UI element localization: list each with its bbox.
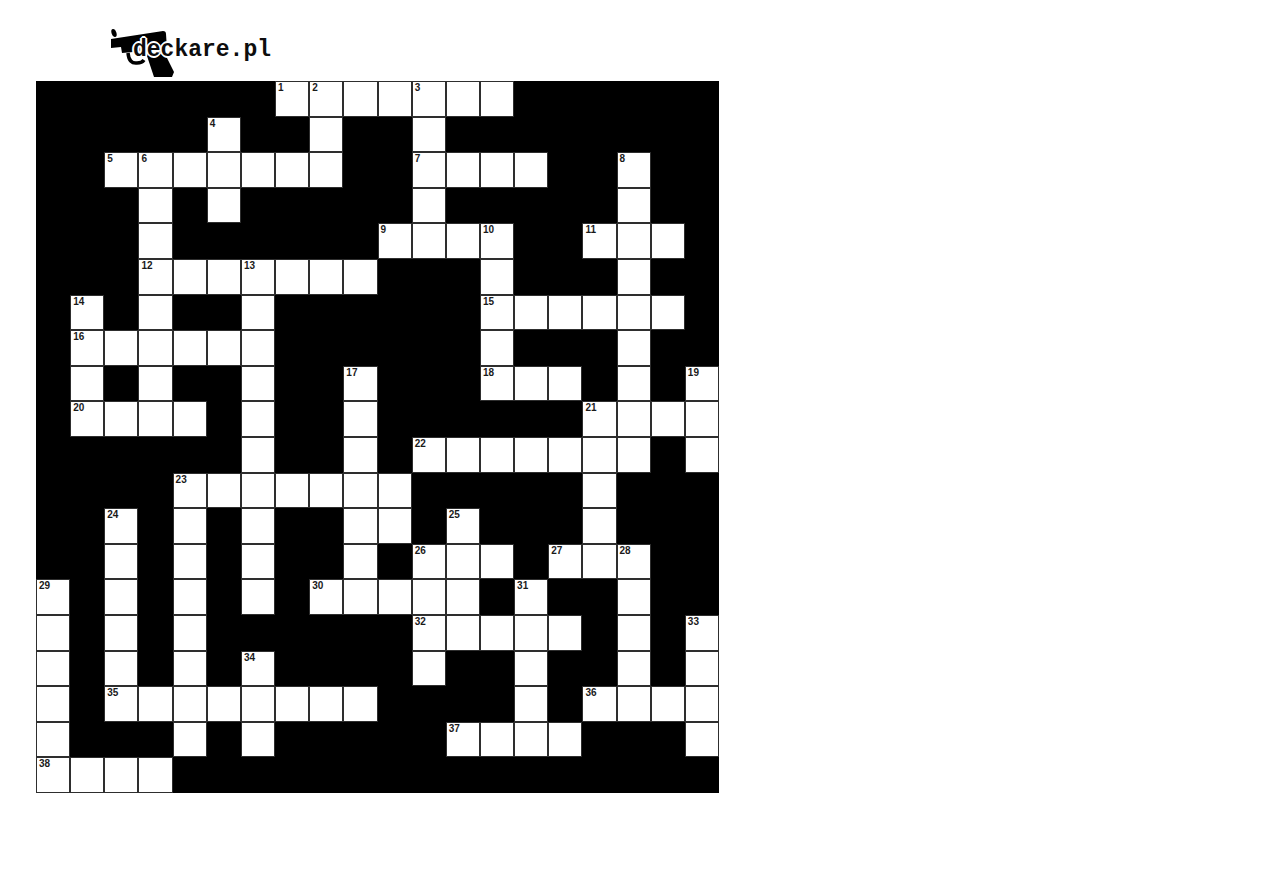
clue-number: 2 — [312, 82, 318, 93]
crossword-cell[interactable] — [412, 188, 446, 224]
crossword-cell[interactable] — [173, 651, 207, 687]
clue-number: 33 — [688, 616, 699, 627]
crossword-cell[interactable]: 28 — [617, 544, 651, 580]
blocked-cell — [241, 615, 275, 651]
crossword-cell[interactable] — [617, 366, 651, 402]
crossword-cell[interactable]: 21 — [582, 401, 616, 437]
blocked-cell — [412, 686, 446, 722]
blocked-cell — [138, 651, 172, 687]
site-logo: deckare.pl — [108, 24, 288, 84]
crossword-cell[interactable] — [685, 437, 719, 473]
crossword-cell[interactable] — [480, 81, 514, 117]
crossword-cell[interactable] — [480, 152, 514, 188]
crossword-cell[interactable]: 2 — [309, 81, 343, 117]
blocked-cell — [309, 437, 343, 473]
blocked-cell — [173, 81, 207, 117]
blocked-cell — [446, 401, 480, 437]
clue-number: 29 — [39, 580, 50, 591]
crossword-cell[interactable]: 6 — [138, 152, 172, 188]
blocked-cell — [446, 366, 480, 402]
blocked-cell — [70, 651, 104, 687]
crossword-cell[interactable] — [173, 686, 207, 722]
blocked-cell — [104, 223, 138, 259]
blocked-cell — [685, 295, 719, 331]
blocked-cell — [548, 330, 582, 366]
crossword-cell[interactable] — [480, 437, 514, 473]
clue-number: 16 — [73, 331, 84, 342]
crossword-cell[interactable] — [378, 473, 412, 509]
blocked-cell — [582, 615, 616, 651]
crossword-cell[interactable] — [446, 544, 480, 580]
blocked-cell — [70, 259, 104, 295]
blocked-cell — [548, 188, 582, 224]
crossword-cell[interactable] — [480, 722, 514, 758]
clue-number: 38 — [39, 758, 50, 769]
clue-number: 18 — [483, 367, 494, 378]
blocked-cell — [138, 81, 172, 117]
crossword-cell[interactable] — [138, 188, 172, 224]
crossword-cell[interactable] — [173, 579, 207, 615]
crossword-cell[interactable]: 8 — [617, 152, 651, 188]
crossword-cell[interactable] — [582, 473, 616, 509]
blocked-cell — [651, 117, 685, 153]
crossword-cell[interactable] — [241, 544, 275, 580]
blocked-cell — [514, 117, 548, 153]
crossword-cell[interactable] — [36, 686, 70, 722]
crossword-cell[interactable]: 10 — [480, 223, 514, 259]
blocked-cell — [104, 259, 138, 295]
crossword-cell[interactable] — [582, 437, 616, 473]
crossword-cell[interactable] — [36, 615, 70, 651]
clue-number: 20 — [73, 402, 84, 413]
crossword-cell[interactable] — [514, 437, 548, 473]
crossword-cell[interactable]: 19 — [685, 366, 719, 402]
crossword-cell[interactable] — [343, 473, 377, 509]
crossword-cell[interactable] — [138, 295, 172, 331]
blocked-cell — [104, 437, 138, 473]
crossword-cell[interactable]: 23 — [173, 473, 207, 509]
blocked-cell — [617, 757, 651, 793]
crossword-cell[interactable] — [241, 508, 275, 544]
blocked-cell — [446, 651, 480, 687]
blocked-cell — [582, 188, 616, 224]
blocked-cell — [651, 615, 685, 651]
crossword-cell[interactable] — [104, 330, 138, 366]
blocked-cell — [651, 544, 685, 580]
crossword-cell[interactable] — [617, 615, 651, 651]
crossword-cell[interactable] — [446, 152, 480, 188]
crossword-cell[interactable] — [138, 757, 172, 793]
crossword-cell[interactable]: 36 — [582, 686, 616, 722]
crossword-cell[interactable] — [138, 401, 172, 437]
blocked-cell — [138, 579, 172, 615]
crossword-cell[interactable] — [514, 366, 548, 402]
blocked-cell — [480, 686, 514, 722]
crossword-cell[interactable] — [412, 651, 446, 687]
blocked-cell — [378, 437, 412, 473]
crossword-cell[interactable] — [582, 508, 616, 544]
blocked-cell — [685, 188, 719, 224]
crossword-cell[interactable] — [446, 437, 480, 473]
blocked-cell — [514, 81, 548, 117]
crossword-cell[interactable]: 35 — [104, 686, 138, 722]
crossword-cell[interactable]: 13 — [241, 259, 275, 295]
crossword-cell[interactable] — [685, 722, 719, 758]
crossword-cell[interactable] — [412, 223, 446, 259]
crossword-cell[interactable] — [275, 259, 309, 295]
crossword-cell[interactable] — [104, 615, 138, 651]
blocked-cell — [343, 223, 377, 259]
blocked-cell — [173, 295, 207, 331]
blocked-cell — [207, 223, 241, 259]
crossword-cell[interactable] — [685, 651, 719, 687]
blocked-cell — [378, 686, 412, 722]
blocked-cell — [343, 330, 377, 366]
blocked-cell — [582, 722, 616, 758]
blocked-cell — [617, 722, 651, 758]
crossword-cell[interactable] — [173, 722, 207, 758]
blocked-cell — [412, 401, 446, 437]
crossword-cell[interactable] — [173, 615, 207, 651]
crossword-cell[interactable] — [412, 579, 446, 615]
blocked-cell — [343, 722, 377, 758]
crossword-cell[interactable] — [617, 437, 651, 473]
crossword-cell[interactable] — [548, 366, 582, 402]
blocked-cell — [582, 117, 616, 153]
blocked-cell — [446, 473, 480, 509]
blocked-cell — [651, 188, 685, 224]
crossword-cell[interactable] — [480, 544, 514, 580]
crossword-cell[interactable] — [617, 259, 651, 295]
blocked-cell — [412, 722, 446, 758]
crossword-cell[interactable]: 37 — [446, 722, 480, 758]
blocked-cell — [514, 188, 548, 224]
blocked-cell — [548, 651, 582, 687]
blocked-cell — [548, 81, 582, 117]
blocked-cell — [651, 437, 685, 473]
crossword-cell[interactable]: 7 — [412, 152, 446, 188]
blocked-cell — [207, 615, 241, 651]
crossword-cell[interactable] — [514, 152, 548, 188]
crossword-cell[interactable] — [685, 686, 719, 722]
crossword-cell[interactable] — [480, 615, 514, 651]
crossword-cell[interactable] — [138, 330, 172, 366]
crossword-cell[interactable] — [617, 686, 651, 722]
crossword-cell[interactable] — [343, 686, 377, 722]
crossword-cell[interactable] — [343, 508, 377, 544]
blocked-cell — [138, 473, 172, 509]
crossword-cell[interactable] — [514, 295, 548, 331]
crossword-cell[interactable] — [514, 722, 548, 758]
blocked-cell — [241, 81, 275, 117]
blocked-cell — [582, 366, 616, 402]
crossword-cell[interactable]: 25 — [446, 508, 480, 544]
crossword-cell[interactable]: 11 — [582, 223, 616, 259]
clue-number: 15 — [483, 296, 494, 307]
blocked-cell — [207, 508, 241, 544]
blocked-cell — [275, 437, 309, 473]
crossword-cell[interactable] — [207, 259, 241, 295]
crossword-cell[interactable]: 9 — [378, 223, 412, 259]
crossword-cell[interactable] — [241, 473, 275, 509]
crossword-cell[interactable] — [275, 473, 309, 509]
crossword-cell[interactable] — [651, 223, 685, 259]
crossword-cell[interactable] — [104, 579, 138, 615]
blocked-cell — [582, 579, 616, 615]
crossword-cell[interactable] — [309, 259, 343, 295]
crossword-cell[interactable] — [651, 401, 685, 437]
crossword-cell[interactable] — [207, 473, 241, 509]
blocked-cell — [480, 579, 514, 615]
crossword-cell[interactable] — [241, 295, 275, 331]
crossword-cell[interactable]: 17 — [343, 366, 377, 402]
crossword-cell[interactable]: 38 — [36, 757, 70, 793]
blocked-cell — [446, 188, 480, 224]
blocked-cell — [207, 437, 241, 473]
crossword-cell[interactable]: 27 — [548, 544, 582, 580]
blocked-cell — [685, 152, 719, 188]
crossword-cell[interactable] — [548, 722, 582, 758]
blocked-cell — [446, 330, 480, 366]
crossword-cell[interactable] — [343, 437, 377, 473]
blocked-cell — [378, 152, 412, 188]
crossword-cell[interactable] — [241, 722, 275, 758]
crossword-cell[interactable] — [241, 686, 275, 722]
crossword-cell[interactable] — [651, 686, 685, 722]
blocked-cell — [36, 401, 70, 437]
blocked-cell — [138, 722, 172, 758]
crossword-cell[interactable] — [241, 366, 275, 402]
blocked-cell — [685, 117, 719, 153]
crossword-cell[interactable] — [36, 651, 70, 687]
blocked-cell — [173, 117, 207, 153]
blocked-cell — [685, 544, 719, 580]
clue-number: 37 — [449, 723, 460, 734]
crossword-cell[interactable] — [173, 544, 207, 580]
blocked-cell — [446, 686, 480, 722]
crossword-cell[interactable]: 18 — [480, 366, 514, 402]
crossword-cell[interactable] — [173, 152, 207, 188]
blocked-cell — [651, 330, 685, 366]
crossword-cell[interactable]: 12 — [138, 259, 172, 295]
crossword-cell[interactable] — [378, 81, 412, 117]
crossword-cell[interactable] — [617, 651, 651, 687]
blocked-cell — [36, 117, 70, 153]
crossword-cell[interactable]: 14 — [70, 295, 104, 331]
blocked-cell — [548, 401, 582, 437]
crossword-cell[interactable] — [241, 330, 275, 366]
blocked-cell — [378, 188, 412, 224]
blocked-cell — [617, 473, 651, 509]
blocked-cell — [309, 295, 343, 331]
clue-number: 28 — [620, 545, 631, 556]
blocked-cell — [104, 81, 138, 117]
blocked-cell — [36, 223, 70, 259]
crossword-cell[interactable] — [173, 259, 207, 295]
crossword-cell[interactable] — [514, 615, 548, 651]
crossword-cell[interactable] — [617, 579, 651, 615]
crossword-cell[interactable] — [138, 686, 172, 722]
blocked-cell — [173, 223, 207, 259]
crossword-cell[interactable]: 26 — [412, 544, 446, 580]
crossword-cell[interactable] — [412, 117, 446, 153]
crossword-cell[interactable] — [548, 437, 582, 473]
blocked-cell — [309, 223, 343, 259]
blocked-cell — [275, 295, 309, 331]
crossword-cell[interactable]: 33 — [685, 615, 719, 651]
crossword-cell[interactable] — [36, 722, 70, 758]
crossword-cell[interactable] — [617, 401, 651, 437]
crossword-cell[interactable] — [617, 330, 651, 366]
crossword-cell[interactable] — [548, 615, 582, 651]
blocked-cell — [36, 508, 70, 544]
blocked-cell — [36, 81, 70, 117]
blocked-cell — [446, 295, 480, 331]
blocked-cell — [343, 651, 377, 687]
crossword-cell[interactable] — [275, 686, 309, 722]
blocked-cell — [651, 259, 685, 295]
clue-number: 31 — [517, 580, 528, 591]
blocked-cell — [241, 757, 275, 793]
clue-number: 12 — [141, 260, 152, 271]
blocked-cell — [70, 615, 104, 651]
crossword-cell[interactable] — [138, 366, 172, 402]
crossword-cell[interactable] — [343, 259, 377, 295]
crossword-cell[interactable] — [582, 295, 616, 331]
crossword-cell[interactable] — [446, 223, 480, 259]
crossword-cell[interactable] — [480, 259, 514, 295]
blocked-cell — [70, 473, 104, 509]
crossword-cell[interactable] — [582, 544, 616, 580]
crossword-cell[interactable] — [343, 401, 377, 437]
crossword-cell[interactable]: 16 — [70, 330, 104, 366]
crossword-cell[interactable] — [378, 579, 412, 615]
crossword-cell[interactable]: 20 — [70, 401, 104, 437]
blocked-cell — [480, 188, 514, 224]
blocked-cell — [548, 152, 582, 188]
blocked-cell — [70, 188, 104, 224]
crossword-cell[interactable] — [104, 401, 138, 437]
crossword-cell[interactable] — [617, 223, 651, 259]
crossword-cell[interactable] — [275, 152, 309, 188]
crossword-cell[interactable] — [207, 330, 241, 366]
crossword-cell[interactable] — [104, 757, 138, 793]
blocked-cell — [651, 508, 685, 544]
blocked-cell — [70, 81, 104, 117]
crossword-cell[interactable]: 30 — [309, 579, 343, 615]
blocked-cell — [241, 117, 275, 153]
crossword-cell[interactable] — [514, 686, 548, 722]
blocked-cell — [309, 757, 343, 793]
blocked-cell — [480, 651, 514, 687]
crossword-cell[interactable]: 29 — [36, 579, 70, 615]
crossword-cell[interactable] — [207, 152, 241, 188]
crossword-cell[interactable]: 31 — [514, 579, 548, 615]
crossword-cell[interactable] — [309, 117, 343, 153]
blocked-cell — [309, 615, 343, 651]
crossword-cell[interactable] — [173, 401, 207, 437]
crossword-cell[interactable]: 4 — [207, 117, 241, 153]
crossword-cell[interactable] — [241, 437, 275, 473]
clue-number: 32 — [415, 616, 426, 627]
crossword-cell[interactable] — [309, 152, 343, 188]
crossword-cell[interactable] — [446, 81, 480, 117]
crossword-cell[interactable] — [241, 401, 275, 437]
blocked-cell — [548, 259, 582, 295]
crossword-cell[interactable] — [309, 473, 343, 509]
crossword-cell[interactable]: 15 — [480, 295, 514, 331]
blocked-cell — [480, 401, 514, 437]
blocked-cell — [207, 81, 241, 117]
clue-number: 1 — [278, 82, 284, 93]
crossword-cell[interactable]: 24 — [104, 508, 138, 544]
clue-number: 34 — [244, 652, 255, 663]
crossword-cell[interactable]: 22 — [412, 437, 446, 473]
crossword-cell[interactable] — [446, 579, 480, 615]
blocked-cell — [651, 81, 685, 117]
crossword-cell[interactable] — [309, 686, 343, 722]
crossword-cell[interactable] — [173, 508, 207, 544]
blocked-cell — [343, 757, 377, 793]
blocked-cell — [378, 295, 412, 331]
crossword-cell[interactable] — [548, 295, 582, 331]
blocked-cell — [207, 579, 241, 615]
blocked-cell — [70, 117, 104, 153]
blocked-cell — [651, 722, 685, 758]
crossword-cell[interactable] — [241, 152, 275, 188]
crossword-cell[interactable]: 34 — [241, 651, 275, 687]
crossword-cell[interactable] — [70, 757, 104, 793]
crossword-cell[interactable] — [343, 544, 377, 580]
blocked-cell — [412, 295, 446, 331]
crossword-cell[interactable] — [104, 651, 138, 687]
crossword-cell[interactable] — [651, 295, 685, 331]
blocked-cell — [378, 259, 412, 295]
crossword-cell[interactable]: 32 — [412, 615, 446, 651]
blocked-cell — [651, 473, 685, 509]
blocked-cell — [70, 508, 104, 544]
crossword-cell[interactable] — [685, 401, 719, 437]
crossword-cell[interactable] — [70, 366, 104, 402]
crossword-cell[interactable] — [104, 544, 138, 580]
crossword-cell[interactable] — [207, 686, 241, 722]
crossword-cell[interactable]: 5 — [104, 152, 138, 188]
clue-number: 13 — [244, 260, 255, 271]
crossword-cell[interactable]: 3 — [412, 81, 446, 117]
blocked-cell — [343, 152, 377, 188]
blocked-cell — [685, 81, 719, 117]
blocked-cell — [378, 757, 412, 793]
crossword-cell[interactable]: 1 — [275, 81, 309, 117]
blocked-cell — [651, 579, 685, 615]
crossword-cell[interactable] — [138, 223, 172, 259]
crossword-cell[interactable] — [514, 651, 548, 687]
blocked-cell — [309, 544, 343, 580]
crossword-cell[interactable] — [446, 615, 480, 651]
blocked-cell — [36, 152, 70, 188]
crossword-cell[interactable] — [173, 330, 207, 366]
blocked-cell — [514, 401, 548, 437]
crossword-cell[interactable] — [378, 508, 412, 544]
blocked-cell — [446, 757, 480, 793]
crossword-cell[interactable] — [343, 81, 377, 117]
crossword-cell[interactable] — [617, 188, 651, 224]
crossword-cell[interactable] — [617, 295, 651, 331]
crossword-cell[interactable] — [241, 579, 275, 615]
crossword-cell[interactable] — [343, 579, 377, 615]
crossword-cell[interactable] — [480, 330, 514, 366]
crossword-cell[interactable] — [207, 188, 241, 224]
